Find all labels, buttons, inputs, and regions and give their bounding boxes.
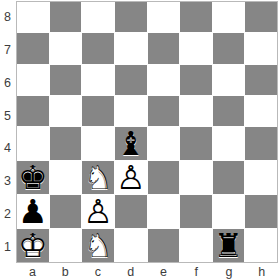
file-label-f: f bbox=[180, 263, 213, 280]
square-a4[interactable] bbox=[17, 127, 49, 160]
square-g3[interactable] bbox=[213, 161, 245, 194]
square-c1[interactable]: ♞♘ bbox=[82, 229, 114, 262]
square-h8[interactable] bbox=[245, 2, 277, 32]
square-c2[interactable]: ♟♙ bbox=[82, 195, 114, 228]
square-h2[interactable] bbox=[245, 195, 277, 228]
square-f4[interactable] bbox=[180, 127, 212, 160]
square-a8[interactable] bbox=[17, 2, 49, 32]
piece-black-king[interactable]: ♔♚ bbox=[17, 161, 49, 194]
square-g6[interactable] bbox=[213, 65, 245, 95]
square-f7[interactable] bbox=[180, 33, 212, 63]
square-b2[interactable] bbox=[50, 195, 82, 228]
rank-label-4: 4 bbox=[0, 132, 15, 165]
square-e1[interactable] bbox=[148, 229, 180, 262]
square-h7[interactable] bbox=[245, 33, 277, 63]
square-e5[interactable] bbox=[148, 96, 180, 126]
square-b1[interactable] bbox=[50, 229, 82, 262]
square-d8[interactable] bbox=[115, 2, 147, 32]
square-g7[interactable] bbox=[213, 33, 245, 63]
chess-board: ♗♝♔♚♞♘♟♙♙♟♟♙♚♔♞♘♖♜ bbox=[16, 1, 278, 263]
black-king-glyph: ♚ bbox=[18, 161, 48, 194]
square-g1[interactable]: ♖♜ bbox=[213, 229, 245, 262]
square-e3[interactable] bbox=[148, 161, 180, 194]
piece-white-knight[interactable]: ♞♘ bbox=[82, 161, 114, 194]
white-knight-glyph: ♘ bbox=[83, 161, 113, 194]
file-label-c: c bbox=[82, 263, 115, 280]
square-a1[interactable]: ♚♔ bbox=[17, 229, 49, 262]
file-label-g: g bbox=[213, 263, 246, 280]
black-pawn-glyph: ♟ bbox=[18, 195, 48, 228]
piece-black-rook[interactable]: ♖♜ bbox=[213, 229, 245, 262]
square-d3[interactable]: ♟♙ bbox=[115, 161, 147, 194]
piece-white-king[interactable]: ♚♔ bbox=[17, 229, 49, 262]
file-label-b: b bbox=[49, 263, 82, 280]
black-rook-glyph: ♜ bbox=[214, 229, 244, 262]
file-label-d: d bbox=[114, 263, 147, 280]
square-c8[interactable] bbox=[82, 2, 114, 32]
file-label-a: a bbox=[16, 263, 49, 280]
square-b7[interactable] bbox=[50, 33, 82, 63]
square-c4[interactable] bbox=[82, 127, 114, 160]
rank-label-6: 6 bbox=[0, 67, 15, 100]
square-g4[interactable] bbox=[213, 127, 245, 160]
square-h6[interactable] bbox=[245, 65, 277, 95]
square-c7[interactable] bbox=[82, 33, 114, 63]
rank-labels: 87654321 bbox=[0, 1, 15, 263]
square-f3[interactable] bbox=[180, 161, 212, 194]
square-d2[interactable] bbox=[115, 195, 147, 228]
square-h5[interactable] bbox=[245, 96, 277, 126]
piece-black-bishop[interactable]: ♗♝ bbox=[115, 127, 147, 160]
rank-label-3: 3 bbox=[0, 165, 15, 198]
square-b8[interactable] bbox=[50, 2, 82, 32]
square-e2[interactable] bbox=[148, 195, 180, 228]
square-f6[interactable] bbox=[180, 65, 212, 95]
piece-black-pawn[interactable]: ♙♟ bbox=[17, 195, 49, 228]
white-knight-glyph: ♘ bbox=[83, 229, 113, 262]
square-h3[interactable] bbox=[245, 161, 277, 194]
piece-white-pawn[interactable]: ♟♙ bbox=[82, 195, 114, 228]
square-a5[interactable] bbox=[17, 96, 49, 126]
square-b4[interactable] bbox=[50, 127, 82, 160]
square-e8[interactable] bbox=[148, 2, 180, 32]
rank-label-8: 8 bbox=[0, 1, 15, 34]
square-g2[interactable] bbox=[213, 195, 245, 228]
square-e7[interactable] bbox=[148, 33, 180, 63]
rank-label-1: 1 bbox=[0, 230, 15, 263]
file-labels: abcdefgh bbox=[16, 263, 278, 280]
square-d1[interactable] bbox=[115, 229, 147, 262]
square-a7[interactable] bbox=[17, 33, 49, 63]
square-e4[interactable] bbox=[148, 127, 180, 160]
square-g8[interactable] bbox=[213, 2, 245, 32]
piece-white-knight[interactable]: ♞♘ bbox=[82, 229, 114, 262]
square-e6[interactable] bbox=[148, 65, 180, 95]
square-b3[interactable] bbox=[50, 161, 82, 194]
white-king-glyph: ♔ bbox=[18, 229, 48, 262]
file-label-h: h bbox=[245, 263, 278, 280]
white-pawn-glyph: ♙ bbox=[116, 161, 146, 194]
rank-label-5: 5 bbox=[0, 99, 15, 132]
black-bishop-glyph: ♝ bbox=[116, 127, 146, 160]
square-d6[interactable] bbox=[115, 65, 147, 95]
square-b5[interactable] bbox=[50, 96, 82, 126]
square-d7[interactable] bbox=[115, 33, 147, 63]
square-f8[interactable] bbox=[180, 2, 212, 32]
square-c6[interactable] bbox=[82, 65, 114, 95]
square-f1[interactable] bbox=[180, 229, 212, 262]
square-g5[interactable] bbox=[213, 96, 245, 126]
white-pawn-glyph: ♙ bbox=[83, 195, 113, 228]
square-f5[interactable] bbox=[180, 96, 212, 126]
file-label-e: e bbox=[147, 263, 180, 280]
square-a6[interactable] bbox=[17, 65, 49, 95]
square-f2[interactable] bbox=[180, 195, 212, 228]
rank-label-7: 7 bbox=[0, 34, 15, 67]
square-c5[interactable] bbox=[82, 96, 114, 126]
square-h4[interactable] bbox=[245, 127, 277, 160]
square-d5[interactable] bbox=[115, 96, 147, 126]
piece-white-pawn[interactable]: ♟♙ bbox=[115, 161, 147, 194]
square-a2[interactable]: ♙♟ bbox=[17, 195, 49, 228]
square-a3[interactable]: ♔♚ bbox=[17, 161, 49, 194]
square-h1[interactable] bbox=[245, 229, 277, 262]
rank-label-2: 2 bbox=[0, 198, 15, 231]
square-b6[interactable] bbox=[50, 65, 82, 95]
square-c3[interactable]: ♞♘ bbox=[82, 161, 114, 194]
chess-diagram: 87654321 ♗♝♔♚♞♘♟♙♙♟♟♙♚♔♞♘♖♜ abcdefgh bbox=[0, 0, 280, 280]
square-d4[interactable]: ♗♝ bbox=[115, 127, 147, 160]
